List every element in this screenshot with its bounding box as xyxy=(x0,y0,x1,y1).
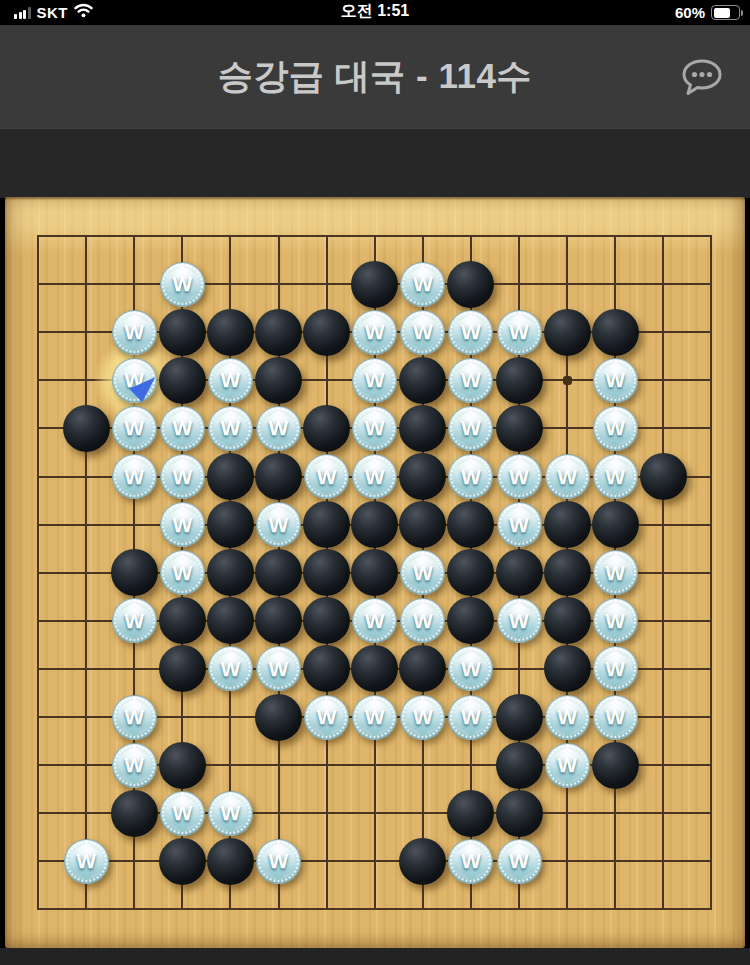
white-stone: W xyxy=(497,454,542,499)
white-stone-label: W xyxy=(161,407,204,450)
white-stone: W xyxy=(352,358,397,403)
go-board[interactable]: WWWWWWWWWWWWWWWWWWWWWWWWWWWWWWWWWWWWWWWW… xyxy=(5,197,745,948)
black-stone xyxy=(159,742,206,789)
black-stone xyxy=(159,597,206,644)
white-stone-label: W xyxy=(401,696,444,739)
black-stone xyxy=(447,790,494,837)
white-stone: W xyxy=(400,310,445,355)
black-stone xyxy=(447,549,494,596)
white-stone: W xyxy=(352,454,397,499)
white-stone: W xyxy=(112,310,157,355)
black-stone xyxy=(399,357,446,404)
black-stone xyxy=(159,838,206,885)
white-stone: W xyxy=(593,550,638,595)
white-stone: W xyxy=(400,695,445,740)
white-stone-label: W xyxy=(209,792,252,835)
white-stone: W xyxy=(545,454,590,499)
white-stone: W xyxy=(448,454,493,499)
black-stone xyxy=(303,405,350,452)
white-stone-label: W xyxy=(209,647,252,690)
white-stone: W xyxy=(448,646,493,691)
black-stone xyxy=(447,501,494,548)
grid-line xyxy=(710,235,712,910)
white-stone-label: W xyxy=(305,455,348,498)
black-stone xyxy=(207,453,254,500)
white-stone-label: W xyxy=(161,455,204,498)
white-stone-label: W xyxy=(113,599,156,642)
black-stone xyxy=(63,405,110,452)
white-stone-label: W xyxy=(113,455,156,498)
white-stone: W xyxy=(400,598,445,643)
black-stone xyxy=(255,597,302,644)
white-stone-label: W xyxy=(594,696,637,739)
black-stone xyxy=(399,453,446,500)
white-stone-label: W xyxy=(161,263,204,306)
white-stone-label: W xyxy=(401,551,444,594)
black-stone xyxy=(207,597,254,644)
black-stone xyxy=(544,549,591,596)
white-stone-label: W xyxy=(113,407,156,450)
white-stone: W xyxy=(593,454,638,499)
white-stone-label: W xyxy=(449,455,492,498)
white-stone-label: W xyxy=(594,407,637,450)
white-stone-label: W xyxy=(353,407,396,450)
black-stone xyxy=(111,549,158,596)
white-stone-label: W xyxy=(498,455,541,498)
white-stone: W xyxy=(208,791,253,836)
black-stone xyxy=(544,309,591,356)
black-stone xyxy=(255,549,302,596)
white-stone-label: W xyxy=(113,696,156,739)
white-stone: W xyxy=(160,406,205,451)
white-stone-label: W xyxy=(594,599,637,642)
white-stone: W xyxy=(352,598,397,643)
black-stone xyxy=(447,261,494,308)
white-stone-label: W xyxy=(305,696,348,739)
black-stone xyxy=(207,549,254,596)
grid-line xyxy=(662,235,664,910)
white-stone: W xyxy=(256,502,301,547)
white-stone: W xyxy=(160,454,205,499)
star-point xyxy=(563,376,572,385)
white-stone: W xyxy=(208,406,253,451)
black-stone xyxy=(159,309,206,356)
white-stone: W xyxy=(497,502,542,547)
white-stone: W xyxy=(112,598,157,643)
clock: 오전 1:51 xyxy=(0,0,750,25)
white-stone-label: W xyxy=(594,359,637,402)
white-stone-label: W xyxy=(353,359,396,402)
black-stone xyxy=(207,838,254,885)
white-stone-label: W xyxy=(449,311,492,354)
white-stone: W xyxy=(352,310,397,355)
white-stone-label: W xyxy=(353,599,396,642)
white-stone-label: W xyxy=(161,503,204,546)
white-stone: W xyxy=(112,454,157,499)
black-stone xyxy=(399,838,446,885)
black-stone xyxy=(111,790,158,837)
white-stone-label: W xyxy=(353,696,396,739)
white-stone-label: W xyxy=(449,359,492,402)
white-stone-label: W xyxy=(257,647,300,690)
white-stone-label: W xyxy=(113,744,156,787)
black-stone xyxy=(496,357,543,404)
black-stone xyxy=(303,549,350,596)
battery-icon xyxy=(711,5,740,20)
header: 승강급 대국 - 114수 xyxy=(0,25,750,128)
white-stone: W xyxy=(112,406,157,451)
black-stone xyxy=(496,405,543,452)
black-stone xyxy=(303,501,350,548)
white-stone-label: W xyxy=(449,647,492,690)
white-stone-label: W xyxy=(353,311,396,354)
white-stone: W xyxy=(352,406,397,451)
white-stone-label: W xyxy=(113,311,156,354)
black-stone xyxy=(303,645,350,692)
white-stone: W xyxy=(593,598,638,643)
white-stone: W xyxy=(256,646,301,691)
white-stone: W xyxy=(497,310,542,355)
white-stone-label: W xyxy=(546,696,589,739)
black-stone xyxy=(351,645,398,692)
white-stone: W xyxy=(160,502,205,547)
black-stone xyxy=(207,309,254,356)
black-stone xyxy=(496,694,543,741)
white-stone: W xyxy=(448,358,493,403)
black-stone xyxy=(207,501,254,548)
white-stone: W xyxy=(64,839,109,884)
white-stone-label: W xyxy=(449,696,492,739)
white-stone-label: W xyxy=(161,792,204,835)
bottom-bar xyxy=(0,948,750,965)
white-stone: W xyxy=(112,695,157,740)
white-stone: W xyxy=(208,358,253,403)
black-stone xyxy=(399,645,446,692)
black-stone xyxy=(159,357,206,404)
black-stone xyxy=(544,597,591,644)
white-stone: W xyxy=(593,358,638,403)
white-stone-label: W xyxy=(546,455,589,498)
white-stone: W xyxy=(448,839,493,884)
white-stone-label: W xyxy=(65,840,108,883)
toolbar-strip xyxy=(0,128,750,198)
black-stone xyxy=(399,501,446,548)
white-stone-label: W xyxy=(498,503,541,546)
white-stone-label: W xyxy=(257,503,300,546)
grid-line xyxy=(37,908,712,910)
white-stone: W xyxy=(400,262,445,307)
white-stone: W xyxy=(448,310,493,355)
black-stone xyxy=(544,501,591,548)
black-stone xyxy=(399,405,446,452)
black-stone xyxy=(255,453,302,500)
white-stone-label: W xyxy=(401,263,444,306)
white-stone-label: W xyxy=(594,647,637,690)
white-stone: W xyxy=(448,406,493,451)
chat-bubble-icon[interactable] xyxy=(680,57,724,99)
white-stone-label: W xyxy=(209,359,252,402)
black-stone xyxy=(592,309,639,356)
black-stone xyxy=(351,549,398,596)
white-stone-label: W xyxy=(257,407,300,450)
white-stone: W xyxy=(208,646,253,691)
page-title: 승강급 대국 - 114수 xyxy=(0,25,750,128)
white-stone-label: W xyxy=(546,744,589,787)
white-stone: W xyxy=(160,791,205,836)
battery-percent-label: 60% xyxy=(675,4,705,21)
white-stone-label: W xyxy=(353,455,396,498)
white-stone: W xyxy=(593,695,638,740)
black-stone xyxy=(592,501,639,548)
black-stone xyxy=(544,645,591,692)
white-stone: W xyxy=(448,695,493,740)
black-stone xyxy=(640,453,687,500)
black-stone xyxy=(351,501,398,548)
black-stone xyxy=(496,742,543,789)
white-stone-label: W xyxy=(594,455,637,498)
black-stone xyxy=(159,645,206,692)
white-stone: W xyxy=(304,454,349,499)
black-stone xyxy=(255,357,302,404)
black-stone xyxy=(255,309,302,356)
white-stone-label: W xyxy=(209,407,252,450)
white-stone: W xyxy=(304,695,349,740)
white-stone: W xyxy=(497,839,542,884)
white-stone: W xyxy=(593,406,638,451)
white-stone: W xyxy=(545,695,590,740)
white-stone-label: W xyxy=(401,311,444,354)
white-stone-label: W xyxy=(498,840,541,883)
white-stone-label: W xyxy=(449,407,492,450)
white-stone: W xyxy=(160,262,205,307)
black-stone xyxy=(303,309,350,356)
grid-line xyxy=(37,860,712,862)
black-stone xyxy=(496,790,543,837)
black-stone xyxy=(255,694,302,741)
white-stone-label: W xyxy=(498,311,541,354)
white-stone: W xyxy=(400,550,445,595)
white-stone-label: W xyxy=(401,599,444,642)
white-stone: W xyxy=(160,550,205,595)
white-stone-label: W xyxy=(257,840,300,883)
white-stone: W xyxy=(256,839,301,884)
white-stone: W xyxy=(112,743,157,788)
white-stone-label: W xyxy=(594,551,637,594)
app-screen: SKT 오전 1:51 60% 승강급 대국 - 114수 xyxy=(0,0,750,965)
black-stone xyxy=(351,261,398,308)
black-stone xyxy=(447,597,494,644)
white-stone-label: W xyxy=(161,551,204,594)
white-stone-label: W xyxy=(498,599,541,642)
black-stone xyxy=(496,549,543,596)
white-stone: W xyxy=(593,646,638,691)
black-stone xyxy=(303,597,350,644)
white-stone: W xyxy=(256,406,301,451)
white-stone: W xyxy=(497,598,542,643)
white-stone-label: W xyxy=(449,840,492,883)
white-stone: W xyxy=(545,743,590,788)
white-stone: W xyxy=(352,695,397,740)
black-stone xyxy=(592,742,639,789)
status-bar: SKT 오전 1:51 60% xyxy=(0,0,750,25)
